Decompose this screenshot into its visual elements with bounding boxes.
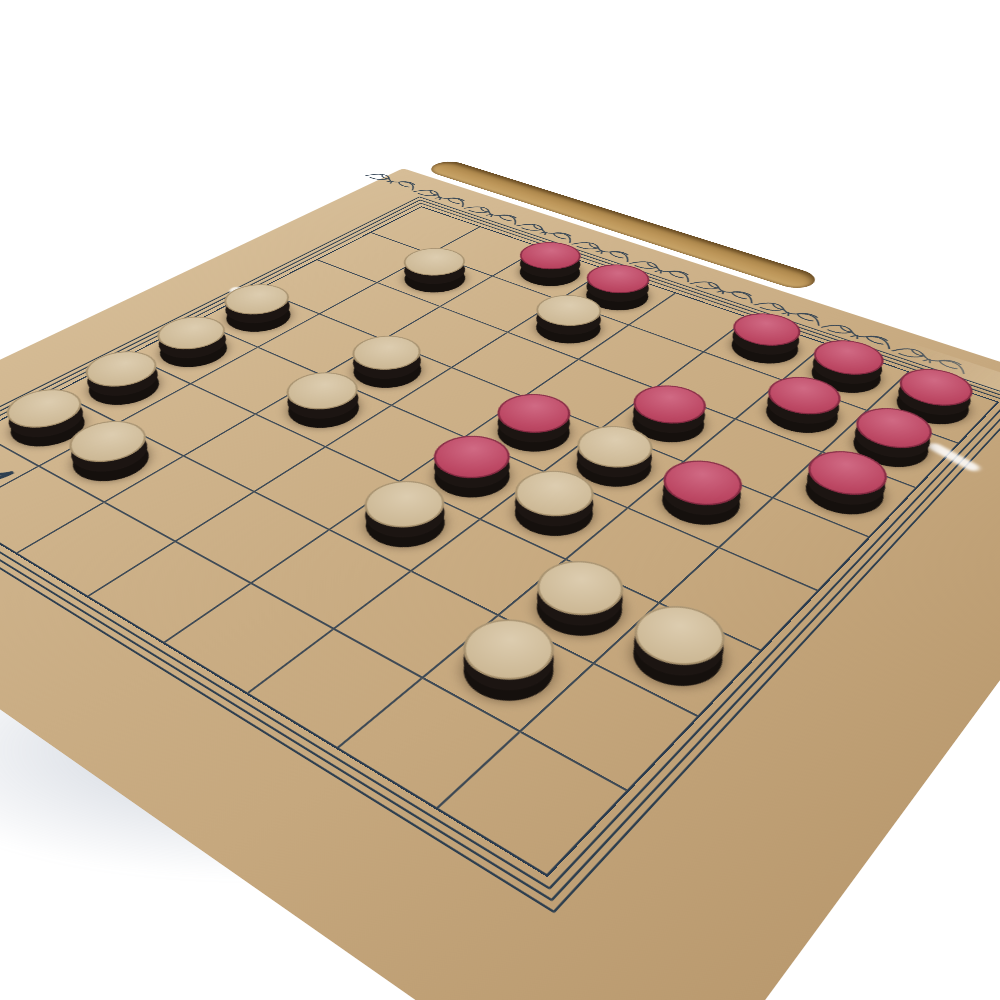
wood-piece-a4[interactable]: ⛀ — [146, 328, 241, 374]
wood-piece-f4[interactable]: ⛀ — [499, 482, 608, 547]
red-piece-g7[interactable]: ⛂ — [753, 389, 850, 442]
scene: ⛂⛂⛂⛂⛂⛀⛀⛂⛂⛂⛂⛀⛀⛂⛀⛂⛀⛀⛂⛀⛀⛀⛀⛀⛀⛀⛀ — [0, 0, 1000, 1000]
